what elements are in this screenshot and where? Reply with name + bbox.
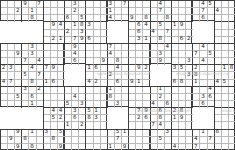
cell-r18-c1[interactable] xyxy=(8,130,15,137)
cell-r8-c18[interactable] xyxy=(129,58,136,65)
cell-r0-c23[interactable] xyxy=(165,1,172,8)
cell-r1-c18[interactable] xyxy=(129,8,136,15)
cell-r13-c27[interactable] xyxy=(193,94,200,101)
cell-r2-c19[interactable] xyxy=(136,15,143,22)
cell-r18-c9[interactable] xyxy=(65,130,72,137)
cell-r16-c14[interactable] xyxy=(101,115,108,122)
cell-r6-c9[interactable] xyxy=(65,44,72,51)
cell-r19-c21[interactable] xyxy=(151,137,158,144)
cell-r14-c19[interactable] xyxy=(136,101,143,108)
cell-r10-c6[interactable] xyxy=(44,72,51,79)
cell-r6-c8[interactable] xyxy=(58,44,65,51)
cell-r3-c8[interactable] xyxy=(58,22,65,29)
cell-r19-c6[interactable] xyxy=(44,137,51,144)
cell-r3-c21[interactable] xyxy=(151,22,158,29)
cell-r4-c13[interactable] xyxy=(94,30,101,37)
cell-r9-c18[interactable] xyxy=(129,65,136,72)
cell-r2-c6[interactable] xyxy=(44,15,51,22)
cell-r6-c15[interactable] xyxy=(108,44,115,51)
cell-r0-c21[interactable] xyxy=(151,1,158,8)
cell-r7-c29[interactable] xyxy=(208,51,215,58)
cell-r19-c28[interactable] xyxy=(200,137,207,144)
cell-r13-c13[interactable] xyxy=(94,94,101,101)
cell-r6-c0[interactable] xyxy=(1,44,8,51)
cell-r9-c24[interactable] xyxy=(172,65,179,72)
cell-r4-c24[interactable] xyxy=(172,30,179,37)
cell-r9-c29[interactable] xyxy=(208,65,215,72)
cell-r9-c2[interactable] xyxy=(15,65,22,72)
cell-r8-c24[interactable] xyxy=(172,58,179,65)
cell-r0-c27[interactable] xyxy=(193,1,200,8)
cell-r18-c8[interactable] xyxy=(58,130,65,137)
cell-r19-c8[interactable] xyxy=(58,137,65,144)
cell-r19-c24[interactable] xyxy=(172,137,179,144)
cell-r1-c20[interactable] xyxy=(143,8,150,15)
cell-r10-c13[interactable] xyxy=(94,72,101,79)
cell-r0-c10[interactable] xyxy=(72,1,79,8)
cell-r13-c2[interactable] xyxy=(15,94,22,101)
cell-r1-c23[interactable] xyxy=(165,8,172,15)
cell-r18-c14[interactable] xyxy=(101,130,108,137)
cell-r20-c20[interactable] xyxy=(143,144,150,150)
cell-r15-c13[interactable] xyxy=(94,108,101,115)
cell-r13-c14[interactable] xyxy=(101,94,108,101)
cell-r20-c0[interactable] xyxy=(1,144,8,150)
cell-r11-c4[interactable] xyxy=(29,80,36,87)
cell-r2-c23[interactable] xyxy=(165,15,172,22)
cell-r12-c28[interactable] xyxy=(200,87,207,94)
cell-r15-c6[interactable] xyxy=(44,108,51,115)
cell-r15-c8[interactable] xyxy=(58,108,65,115)
cell-r0-c22[interactable] xyxy=(158,1,165,8)
cell-r13-c11[interactable] xyxy=(79,94,86,101)
cell-r8-c15[interactable] xyxy=(108,58,115,65)
cell-r1-c2[interactable] xyxy=(15,8,22,15)
cell-r1-c25[interactable] xyxy=(179,8,186,15)
cell-r19-c27[interactable] xyxy=(193,137,200,144)
cell-r18-c30[interactable] xyxy=(215,130,222,137)
cell-r1-c14[interactable] xyxy=(101,8,108,15)
cell-r10-c27[interactable] xyxy=(193,72,200,79)
cell-r6-c5[interactable] xyxy=(37,44,44,51)
cell-r16-c18[interactable] xyxy=(129,115,136,122)
cell-r4-c14[interactable] xyxy=(101,30,108,37)
cell-r11-c16[interactable] xyxy=(115,80,122,87)
cell-r3-c7[interactable] xyxy=(51,22,58,29)
cell-r12-c2[interactable] xyxy=(15,87,22,94)
cell-r8-c16[interactable] xyxy=(115,58,122,65)
cell-r1-c6[interactable] xyxy=(44,8,51,15)
cell-r20-c16[interactable] xyxy=(115,144,122,150)
cell-r1-c7[interactable] xyxy=(51,8,58,15)
cell-r11-c3[interactable] xyxy=(22,80,29,87)
cell-r8-c5[interactable] xyxy=(37,58,44,65)
cell-r8-c3[interactable] xyxy=(22,58,29,65)
cell-r11-c27[interactable] xyxy=(193,80,200,87)
cell-r10-c12[interactable] xyxy=(86,72,93,79)
cell-r1-c15[interactable] xyxy=(108,8,115,15)
cell-r19-c4[interactable] xyxy=(29,137,36,144)
cell-r15-c24[interactable] xyxy=(172,108,179,115)
cell-r11-c28[interactable] xyxy=(200,80,207,87)
cell-r9-c27[interactable] xyxy=(193,65,200,72)
cell-r20-c15[interactable] xyxy=(108,144,115,150)
cell-r0-c15[interactable] xyxy=(108,1,115,8)
cell-r3-c14[interactable] xyxy=(101,22,108,29)
cell-r9-c15[interactable] xyxy=(108,65,115,72)
cell-r14-c2[interactable] xyxy=(15,101,22,108)
cell-r18-c5[interactable] xyxy=(37,130,44,137)
cell-r14-c27[interactable] xyxy=(193,101,200,108)
cell-r18-c32[interactable] xyxy=(229,130,235,137)
cell-r16-c19[interactable] xyxy=(136,115,143,122)
cell-r6-c18[interactable] xyxy=(129,44,136,51)
cell-r10-c26[interactable] xyxy=(186,72,193,79)
cell-r3-c30[interactable] xyxy=(215,22,222,29)
cell-r2-c2[interactable] xyxy=(15,15,22,22)
cell-r10-c17[interactable] xyxy=(122,72,129,79)
cell-r14-c28[interactable] xyxy=(200,101,207,108)
cell-r10-c29[interactable] xyxy=(208,72,215,79)
cell-r14-c22[interactable] xyxy=(158,101,165,108)
cell-r7-c6[interactable] xyxy=(44,51,51,58)
cell-r2-c27[interactable] xyxy=(193,15,200,22)
cell-r1-c3[interactable] xyxy=(22,8,29,15)
cell-r19-c2[interactable] xyxy=(15,137,22,144)
cell-r14-c15[interactable] xyxy=(108,101,115,108)
cell-r7-c5[interactable] xyxy=(37,51,44,58)
cell-r0-c0[interactable] xyxy=(1,1,8,8)
cell-r7-c8[interactable] xyxy=(58,51,65,58)
cell-r7-c3[interactable] xyxy=(22,51,29,58)
cell-r1-c22[interactable] xyxy=(158,8,165,15)
cell-r19-c30[interactable] xyxy=(215,137,222,144)
cell-r0-c16[interactable] xyxy=(115,1,122,8)
cell-r13-c15[interactable] xyxy=(108,94,115,101)
cell-r8-c32[interactable] xyxy=(229,58,235,65)
cell-r12-c12[interactable] xyxy=(86,87,93,94)
cell-r8-c9[interactable] xyxy=(65,58,72,65)
cell-r10-c5[interactable] xyxy=(37,72,44,79)
cell-r9-c13[interactable] xyxy=(94,65,101,72)
cell-r14-c31[interactable] xyxy=(222,101,229,108)
cell-r15-c21[interactable] xyxy=(151,108,158,115)
cell-r20-c28[interactable] xyxy=(200,144,207,150)
cell-r2-c12[interactable] xyxy=(86,15,93,22)
cell-r9-c17[interactable] xyxy=(122,65,129,72)
cell-r0-c3[interactable] xyxy=(22,1,29,8)
cell-r3-c20[interactable] xyxy=(143,22,150,29)
cell-r10-c25[interactable] xyxy=(179,72,186,79)
cell-r12-c13[interactable] xyxy=(94,87,101,94)
cell-r18-c20[interactable] xyxy=(143,130,150,137)
cell-r12-c22[interactable] xyxy=(158,87,165,94)
cell-r15-c19[interactable] xyxy=(136,108,143,115)
cell-r20-c31[interactable] xyxy=(222,144,229,150)
cell-r19-c15[interactable] xyxy=(108,137,115,144)
cell-r1-c12[interactable] xyxy=(86,8,93,15)
cell-r15-c32[interactable] xyxy=(229,108,235,115)
cell-r14-c10[interactable] xyxy=(72,101,79,108)
cell-r19-c19[interactable] xyxy=(136,137,143,144)
cell-r7-c17[interactable] xyxy=(122,51,129,58)
cell-r15-c14[interactable] xyxy=(101,108,108,115)
cell-r16-c20[interactable] xyxy=(143,115,150,122)
cell-r3-c6[interactable] xyxy=(44,22,51,29)
cell-r0-c28[interactable] xyxy=(200,1,207,8)
cell-r20-c6[interactable] xyxy=(44,144,51,150)
cell-r9-c0[interactable] xyxy=(1,65,8,72)
cell-r3-c32[interactable] xyxy=(229,22,235,29)
cell-r17-c22[interactable] xyxy=(158,122,165,129)
cell-r9-c14[interactable] xyxy=(101,65,108,72)
cell-r12-c23[interactable] xyxy=(165,87,172,94)
cell-r1-c13[interactable] xyxy=(94,8,101,15)
cell-r9-c19[interactable] xyxy=(136,65,143,72)
cell-r8-c6[interactable] xyxy=(44,58,51,65)
cell-r6-c32[interactable] xyxy=(229,44,235,51)
cell-r14-c3[interactable] xyxy=(22,101,29,108)
cell-r2-c31[interactable] xyxy=(222,15,229,22)
cell-r18-c16[interactable] xyxy=(115,130,122,137)
cell-r4-c10[interactable] xyxy=(72,30,79,37)
cell-r8-c4[interactable] xyxy=(29,58,36,65)
cell-r7-c31[interactable] xyxy=(222,51,229,58)
cell-r10-c18[interactable] xyxy=(129,72,136,79)
cell-r9-c7[interactable] xyxy=(51,65,58,72)
cell-r9-c8[interactable] xyxy=(58,65,65,72)
cell-r8-c8[interactable] xyxy=(58,58,65,65)
cell-r7-c18[interactable] xyxy=(129,51,136,58)
cell-r14-c8[interactable] xyxy=(58,101,65,108)
cell-r12-c4[interactable] xyxy=(29,87,36,94)
cell-r20-c22[interactable] xyxy=(158,144,165,150)
cell-r12-c25[interactable] xyxy=(179,87,186,94)
cell-r8-c22[interactable] xyxy=(158,58,165,65)
cell-r18-c21[interactable] xyxy=(151,130,158,137)
cell-r2-c28[interactable] xyxy=(200,15,207,22)
cell-r18-c10[interactable] xyxy=(72,130,79,137)
cell-r8-c20[interactable] xyxy=(143,58,150,65)
cell-r4-c12[interactable] xyxy=(86,30,93,37)
cell-r1-c30[interactable] xyxy=(215,8,222,15)
cell-r1-c27[interactable] xyxy=(193,8,200,15)
cell-r6-c6[interactable] xyxy=(44,44,51,51)
cell-r2-c25[interactable] xyxy=(179,15,186,22)
cell-r3-c26[interactable] xyxy=(186,22,193,29)
cell-r16-c13[interactable] xyxy=(94,115,101,122)
cell-r19-c26[interactable] xyxy=(186,137,193,144)
cell-r9-c30[interactable] xyxy=(215,65,222,72)
cell-r20-c4[interactable] xyxy=(29,144,36,150)
cell-r7-c4[interactable] xyxy=(29,51,36,58)
cell-r15-c11[interactable] xyxy=(79,108,86,115)
cell-r10-c0[interactable] xyxy=(1,72,8,79)
cell-r18-c19[interactable] xyxy=(136,130,143,137)
cell-r7-c7[interactable] xyxy=(51,51,58,58)
cell-r0-c25[interactable] xyxy=(179,1,186,8)
cell-r19-c20[interactable] xyxy=(143,137,150,144)
cell-r2-c20[interactable] xyxy=(143,15,150,22)
cell-r7-c25[interactable] xyxy=(179,51,186,58)
cell-r7-c20[interactable] xyxy=(143,51,150,58)
cell-r13-c9[interactable] xyxy=(65,94,72,101)
cell-r11-c0[interactable] xyxy=(1,80,8,87)
cell-r16-c23[interactable] xyxy=(165,115,172,122)
cell-r9-c32[interactable] xyxy=(229,65,235,72)
cell-r18-c12[interactable] xyxy=(86,130,93,137)
cell-r19-c9[interactable] xyxy=(65,137,72,144)
cell-r8-c0[interactable] xyxy=(1,58,8,65)
cell-r18-c29[interactable] xyxy=(208,130,215,137)
cell-r2-c10[interactable] xyxy=(72,15,79,22)
cell-r5-c9[interactable] xyxy=(65,37,72,44)
cell-r9-c6[interactable] xyxy=(44,65,51,72)
cell-r11-c1[interactable] xyxy=(8,80,15,87)
cell-r7-c26[interactable] xyxy=(186,51,193,58)
cell-r6-c16[interactable] xyxy=(115,44,122,51)
cell-r13-c3[interactable] xyxy=(22,94,29,101)
cell-r20-c14[interactable] xyxy=(101,144,108,150)
cell-r7-c16[interactable] xyxy=(115,51,122,58)
cell-r10-c19[interactable] xyxy=(136,72,143,79)
cell-r3-c24[interactable] xyxy=(172,22,179,29)
cell-r14-c0[interactable] xyxy=(1,101,8,108)
cell-r4-c19[interactable] xyxy=(136,30,143,37)
cell-r12-c3[interactable] xyxy=(22,87,29,94)
cell-r13-c23[interactable] xyxy=(165,94,172,101)
cell-r8-c1[interactable] xyxy=(8,58,15,65)
cell-r18-c6[interactable] xyxy=(44,130,51,137)
cell-r20-c30[interactable] xyxy=(215,144,222,150)
cell-r7-c2[interactable] xyxy=(15,51,22,58)
cell-r0-c19[interactable] xyxy=(136,1,143,8)
cell-r8-c19[interactable] xyxy=(136,58,143,65)
cell-r3-c31[interactable] xyxy=(222,22,229,29)
cell-r7-c32[interactable] xyxy=(229,51,235,58)
cell-r14-c26[interactable] xyxy=(186,101,193,108)
cell-r2-c13[interactable] xyxy=(94,15,101,22)
cell-r16-c32[interactable] xyxy=(229,115,235,122)
cell-r5-c22[interactable] xyxy=(158,37,165,44)
cell-r18-c0[interactable] xyxy=(1,130,8,137)
cell-r10-c3[interactable] xyxy=(22,72,29,79)
cell-r6-c30[interactable] xyxy=(215,44,222,51)
cell-r0-c1[interactable] xyxy=(8,1,15,8)
cell-r14-c30[interactable] xyxy=(215,101,222,108)
cell-r13-c10[interactable] xyxy=(72,94,79,101)
cell-r12-c26[interactable] xyxy=(186,87,193,94)
cell-r4-c25[interactable] xyxy=(179,30,186,37)
cell-r12-c18[interactable] xyxy=(129,87,136,94)
cell-r16-c31[interactable] xyxy=(222,115,229,122)
cell-r14-c14[interactable] xyxy=(101,101,108,108)
cell-r13-c32[interactable] xyxy=(229,94,235,101)
cell-r8-c28[interactable] xyxy=(200,58,207,65)
cell-r16-c6[interactable] xyxy=(44,115,51,122)
cell-r18-c18[interactable] xyxy=(129,130,136,137)
cell-r16-c24[interactable] xyxy=(172,115,179,122)
cell-r0-c18[interactable] xyxy=(129,1,136,8)
cell-r8-c29[interactable] xyxy=(208,58,215,65)
cell-r1-c1[interactable] xyxy=(8,8,15,15)
cell-r7-c19[interactable] xyxy=(136,51,143,58)
cell-r1-c28[interactable] xyxy=(200,8,207,15)
cell-r10-c2[interactable] xyxy=(15,72,22,79)
cell-r8-c25[interactable] xyxy=(179,58,186,65)
cell-r12-c14[interactable] xyxy=(101,87,108,94)
cell-r5-c21[interactable] xyxy=(151,37,158,44)
cell-r15-c10[interactable] xyxy=(72,108,79,115)
cell-r10-c7[interactable] xyxy=(51,72,58,79)
cell-r9-c4[interactable] xyxy=(29,65,36,72)
cell-r9-c12[interactable] xyxy=(86,65,93,72)
cell-r13-c6[interactable] xyxy=(44,94,51,101)
cell-r0-c11[interactable] xyxy=(79,1,86,8)
cell-r6-c25[interactable] xyxy=(179,44,186,51)
cell-r0-c12[interactable] xyxy=(86,1,93,8)
cell-r4-c6[interactable] xyxy=(44,30,51,37)
cell-r0-c8[interactable] xyxy=(58,1,65,8)
cell-r1-c16[interactable] xyxy=(115,8,122,15)
cell-r15-c18[interactable] xyxy=(129,108,136,115)
cell-r15-c7[interactable] xyxy=(51,108,58,115)
cell-r7-c28[interactable] xyxy=(200,51,207,58)
cell-r2-c18[interactable] xyxy=(129,15,136,22)
cell-r9-c3[interactable] xyxy=(22,65,29,72)
cell-r13-c4[interactable] xyxy=(29,94,36,101)
cell-r6-c31[interactable] xyxy=(222,44,229,51)
cell-r15-c23[interactable] xyxy=(165,108,172,115)
cell-r6-c28[interactable] xyxy=(200,44,207,51)
cell-r13-c26[interactable] xyxy=(186,94,193,101)
cell-r19-c22[interactable] xyxy=(158,137,165,144)
cell-r2-c3[interactable] xyxy=(22,15,29,22)
cell-r18-c22[interactable] xyxy=(158,130,165,137)
cell-r18-c28[interactable] xyxy=(200,130,207,137)
cell-r20-c29[interactable] xyxy=(208,144,215,150)
cell-r3-c10[interactable] xyxy=(72,22,79,29)
cell-r1-c24[interactable] xyxy=(172,8,179,15)
cell-r8-c30[interactable] xyxy=(215,58,222,65)
cell-r19-c25[interactable] xyxy=(179,137,186,144)
cell-r8-c12[interactable] xyxy=(86,58,93,65)
cell-r13-c18[interactable] xyxy=(129,94,136,101)
cell-r6-c2[interactable] xyxy=(15,44,22,51)
cell-r20-c24[interactable] xyxy=(172,144,179,150)
cell-r6-c24[interactable] xyxy=(172,44,179,51)
cell-r8-c14[interactable] xyxy=(101,58,108,65)
cell-r3-c18[interactable] xyxy=(129,22,136,29)
cell-r14-c1[interactable] xyxy=(8,101,15,108)
cell-r10-c1[interactable] xyxy=(8,72,15,79)
cell-r11-c15[interactable] xyxy=(108,80,115,87)
cell-r7-c30[interactable] xyxy=(215,51,222,58)
cell-r3-c12[interactable] xyxy=(86,22,93,29)
cell-r7-c22[interactable] xyxy=(158,51,165,58)
cell-r12-c8[interactable] xyxy=(58,87,65,94)
cell-r12-c16[interactable] xyxy=(115,87,122,94)
cell-r15-c31[interactable] xyxy=(222,108,229,115)
cell-r0-c20[interactable] xyxy=(143,1,150,8)
cell-r10-c30[interactable] xyxy=(215,72,222,79)
cell-r20-c9[interactable] xyxy=(65,144,72,150)
cell-r15-c30[interactable] xyxy=(215,108,222,115)
cell-r2-c15[interactable] xyxy=(108,15,115,22)
cell-r6-c22[interactable] xyxy=(158,44,165,51)
cell-r10-c8[interactable] xyxy=(58,72,65,79)
cell-r16-c7[interactable] xyxy=(51,115,58,122)
